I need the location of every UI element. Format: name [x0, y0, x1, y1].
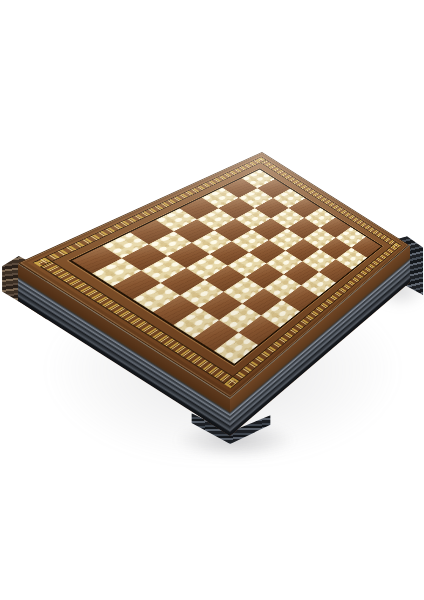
chess-board: [18, 152, 409, 398]
product-photo-scene: [0, 0, 424, 600]
chess-grid: [72, 169, 381, 363]
front-foot-shadow: [170, 420, 300, 460]
playing-field: [69, 168, 383, 366]
walnut-frame: [18, 152, 409, 398]
right-foot-shadow: [370, 270, 424, 310]
front-corner-foot: [190, 412, 272, 444]
